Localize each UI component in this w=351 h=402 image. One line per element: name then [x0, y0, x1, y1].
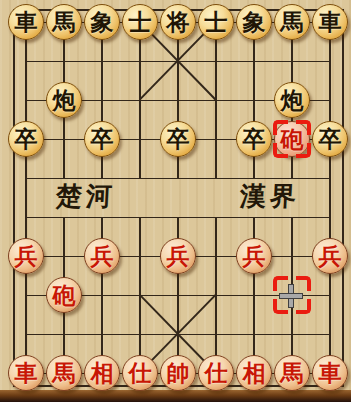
river-label-left: 楚河 — [45, 181, 127, 213]
piece-black-elephant[interactable]: 象 — [236, 4, 272, 40]
piece-red-elephant[interactable]: 相 — [236, 355, 272, 391]
piece-black-soldier[interactable]: 卒 — [160, 121, 196, 157]
piece-black-soldier[interactable]: 卒 — [236, 121, 272, 157]
crosshair-cursor-icon — [279, 284, 303, 308]
piece-black-general[interactable]: 将 — [160, 4, 196, 40]
piece-red-horse[interactable]: 馬 — [46, 355, 82, 391]
piece-black-cannon[interactable]: 炮 — [274, 82, 310, 118]
piece-black-advisor[interactable]: 士 — [122, 4, 158, 40]
board-bottom-edge — [0, 390, 351, 402]
piece-red-advisor[interactable]: 仕 — [122, 355, 158, 391]
xiangqi-board[interactable]: 楚河 漢界 車馬象士将士象馬車炮炮卒卒卒卒砲卒兵兵兵兵兵砲車馬相仕帥仕相馬車 — [0, 0, 351, 402]
piece-black-advisor[interactable]: 士 — [198, 4, 234, 40]
piece-black-elephant[interactable]: 象 — [84, 4, 120, 40]
piece-red-cannon[interactable]: 砲 — [46, 277, 82, 313]
piece-black-cannon[interactable]: 炮 — [46, 82, 82, 118]
piece-red-chariot[interactable]: 車 — [8, 355, 44, 391]
piece-black-chariot[interactable]: 車 — [312, 4, 348, 40]
piece-red-elephant[interactable]: 相 — [84, 355, 120, 391]
piece-black-soldier[interactable]: 卒 — [312, 121, 348, 157]
piece-red-soldier[interactable]: 兵 — [160, 238, 196, 274]
piece-red-chariot[interactable]: 車 — [312, 355, 348, 391]
piece-red-general[interactable]: 帥 — [160, 355, 196, 391]
piece-red-soldier[interactable]: 兵 — [8, 238, 44, 274]
piece-red-advisor[interactable]: 仕 — [198, 355, 234, 391]
piece-black-chariot[interactable]: 車 — [8, 4, 44, 40]
piece-red-soldier[interactable]: 兵 — [236, 238, 272, 274]
piece-black-soldier[interactable]: 卒 — [8, 121, 44, 157]
selected-piece-marker — [273, 120, 311, 158]
piece-black-horse[interactable]: 馬 — [274, 4, 310, 40]
piece-black-soldier[interactable]: 卒 — [84, 121, 120, 157]
piece-black-horse[interactable]: 馬 — [46, 4, 82, 40]
river-label-right: 漢界 — [229, 181, 311, 213]
piece-red-soldier[interactable]: 兵 — [84, 238, 120, 274]
piece-red-soldier[interactable]: 兵 — [312, 238, 348, 274]
piece-red-horse[interactable]: 馬 — [274, 355, 310, 391]
